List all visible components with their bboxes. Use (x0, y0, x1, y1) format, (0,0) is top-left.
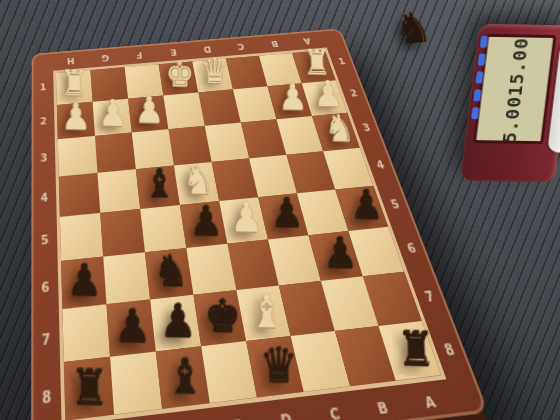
coordinate-label: 8 (42, 387, 51, 406)
coordinate-label: 7 (42, 331, 51, 348)
square-f6[interactable]: ♞ (145, 248, 193, 300)
square-h3[interactable] (58, 136, 98, 177)
square-f8[interactable]: ♝ (156, 346, 210, 408)
black-bishop[interactable]: ♝ (160, 350, 209, 405)
white-king[interactable]: ♚ (162, 55, 198, 94)
black-bishop[interactable]: ♝ (139, 162, 180, 207)
white-pawn[interactable]: ♟ (274, 77, 311, 117)
chess-clock: 15.00 15.00 (460, 24, 560, 182)
square-g3[interactable] (95, 133, 136, 173)
coordinate-label: 6 (405, 242, 418, 256)
black-pawn[interactable]: ♟ (154, 296, 201, 348)
white-bishop[interactable]: ♝ (244, 286, 291, 338)
coordinate-label: C (327, 403, 341, 420)
black-pawn[interactable]: ♟ (345, 183, 388, 229)
coordinate-label: 2 (349, 88, 359, 98)
square-f7[interactable]: ♟ (150, 295, 201, 352)
black-queen[interactable]: ♛ (254, 339, 303, 393)
square-e5[interactable]: ♟ (180, 201, 228, 248)
black-king[interactable]: ♚ (199, 291, 246, 343)
square-f2[interactable]: ♟ (128, 96, 168, 133)
black-pawn[interactable]: ♟ (62, 256, 106, 306)
square-d2[interactable] (198, 89, 240, 125)
coordinate-label: 1 (337, 57, 347, 66)
square-h6[interactable]: ♟ (61, 257, 106, 310)
square-g8[interactable] (110, 351, 162, 414)
white-pawn[interactable]: ♟ (94, 93, 131, 134)
coordinate-label: 5 (389, 198, 401, 211)
square-d8[interactable]: ♛ (246, 336, 304, 397)
black-pawn[interactable]: ♟ (318, 230, 363, 278)
coordinate-label: F (136, 50, 143, 59)
white-pawn[interactable]: ♟ (225, 195, 267, 242)
clock-time-right: 15.00 (474, 96, 546, 145)
board-squares: ♜♚♛♜♟♟♟♟♟♞♝♞♟♟♟♟♟♞♟♟♟♚♝♜♝♛♜ (53, 48, 446, 420)
coordinate-label: B (375, 397, 390, 416)
white-queen[interactable]: ♛ (197, 52, 233, 91)
coordinate-label: 3 (40, 152, 47, 164)
clock-time-left: 15.00 (482, 37, 554, 97)
square-d1[interactable]: ♛ (192, 59, 233, 93)
coordinate-label: 7 (423, 289, 436, 305)
square-h4[interactable] (59, 173, 100, 217)
square-a7[interactable] (363, 272, 422, 326)
black-pawn[interactable]: ♟ (185, 199, 227, 246)
white-pawn[interactable]: ♟ (57, 96, 94, 137)
square-e8[interactable] (201, 341, 257, 403)
square-f4[interactable]: ♝ (136, 166, 180, 209)
black-knight[interactable]: ♞ (149, 247, 193, 296)
coordinate-numbers-left: 12345678 (35, 71, 57, 420)
coordinate-label: 4 (375, 159, 386, 171)
square-g2[interactable]: ♟ (93, 99, 132, 136)
black-pawn[interactable]: ♟ (266, 191, 309, 237)
white-knight[interactable]: ♞ (320, 107, 359, 149)
coordinate-label: D (279, 409, 294, 420)
coordinate-label: 3 (361, 122, 372, 133)
coordinate-label: G (101, 53, 109, 62)
coordinate-label: E (231, 415, 243, 420)
black-rook[interactable]: ♜ (391, 323, 440, 377)
black-pawn[interactable]: ♟ (109, 301, 156, 353)
square-c2[interactable] (233, 86, 277, 122)
square-h8[interactable]: ♜ (64, 357, 114, 420)
black-rook[interactable]: ♜ (65, 361, 114, 417)
coordinate-label: 2 (40, 116, 47, 127)
coordinate-label: 5 (41, 234, 49, 248)
square-g7[interactable]: ♟ (106, 300, 155, 357)
square-g6[interactable] (103, 252, 150, 304)
coordinate-label: A (422, 392, 438, 411)
chess-board: HGFEDCBA HGFEDCBA 12345678 12345678 ♜♚♛♜… (31, 28, 489, 420)
square-g5[interactable] (100, 209, 145, 257)
square-a5[interactable]: ♟ (335, 186, 388, 231)
coordinate-label: B (269, 39, 278, 48)
coordinate-label: 4 (41, 191, 49, 204)
board-frame: HGFEDCBA HGFEDCBA 12345678 12345678 ♜♚♛♜… (31, 28, 489, 420)
square-e7[interactable]: ♚ (193, 290, 246, 346)
square-b2[interactable]: ♟ (267, 83, 312, 119)
white-pawn[interactable]: ♟ (131, 90, 168, 131)
square-h2[interactable]: ♟ (57, 102, 95, 140)
coordinate-label: 1 (40, 83, 47, 93)
captured-black-knight-icon: ♞ (392, 2, 434, 54)
square-g4[interactable] (97, 169, 140, 213)
desk-surface: HGFEDCBA HGFEDCBA 12345678 12345678 ♜♚♛♜… (0, 0, 560, 420)
coordinate-label: 6 (41, 280, 49, 295)
coordinate-label: 8 (442, 341, 456, 358)
square-h7[interactable] (62, 304, 110, 362)
coordinate-label: C (236, 42, 245, 51)
